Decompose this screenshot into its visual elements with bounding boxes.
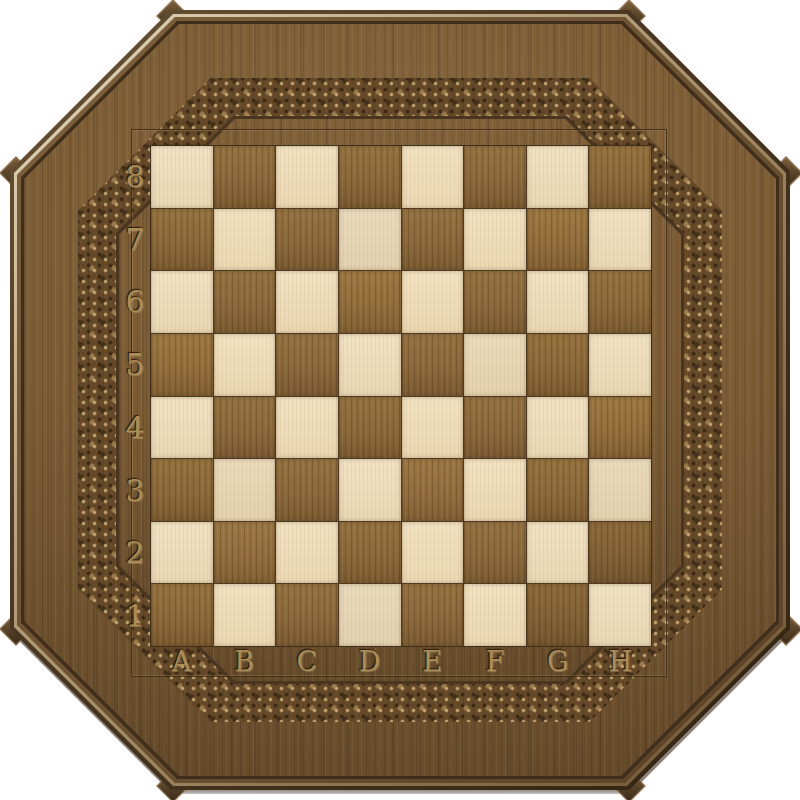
- square-a1: [151, 584, 213, 646]
- chess-grid: [150, 145, 652, 647]
- rank-label-8: 8: [119, 145, 151, 208]
- square-g4: [527, 397, 589, 459]
- file-label-h: H: [589, 645, 652, 677]
- square-d4: [339, 397, 401, 459]
- square-b4: [214, 397, 276, 459]
- square-a7: [151, 209, 213, 271]
- square-f7: [464, 209, 526, 271]
- file-label-e: E: [401, 645, 464, 677]
- square-a8: [151, 146, 213, 208]
- square-b6: [214, 271, 276, 333]
- square-d3: [339, 459, 401, 521]
- square-e1: [402, 584, 464, 646]
- file-label-g: G: [527, 645, 590, 677]
- square-d1: [339, 584, 401, 646]
- square-g1: [527, 584, 589, 646]
- square-g3: [527, 459, 589, 521]
- square-g8: [527, 146, 589, 208]
- rank-label-1: 1: [119, 584, 151, 647]
- square-h5: [589, 334, 651, 396]
- square-g2: [527, 522, 589, 584]
- square-b8: [214, 146, 276, 208]
- square-a2: [151, 522, 213, 584]
- rank-label-7: 7: [119, 208, 151, 271]
- square-a6: [151, 271, 213, 333]
- square-e2: [402, 522, 464, 584]
- square-g5: [527, 334, 589, 396]
- file-labels: A B C D E F G H: [150, 645, 652, 677]
- file-label-a: A: [150, 645, 213, 677]
- square-f3: [464, 459, 526, 521]
- square-d2: [339, 522, 401, 584]
- square-a4: [151, 397, 213, 459]
- square-b3: [214, 459, 276, 521]
- square-c8: [276, 146, 338, 208]
- square-c4: [276, 397, 338, 459]
- square-c2: [276, 522, 338, 584]
- square-h6: [589, 271, 651, 333]
- square-b2: [214, 522, 276, 584]
- square-d7: [339, 209, 401, 271]
- file-label-d: D: [338, 645, 401, 677]
- octagonal-chess-board: 8 7 6 5 4 3 2 1 A B C D E F G H: [0, 0, 800, 800]
- square-f5: [464, 334, 526, 396]
- file-label-b: B: [213, 645, 276, 677]
- square-e7: [402, 209, 464, 271]
- file-label-c: C: [276, 645, 339, 677]
- square-c3: [276, 459, 338, 521]
- square-a5: [151, 334, 213, 396]
- rank-label-3: 3: [119, 459, 151, 522]
- file-label-f: F: [464, 645, 527, 677]
- square-d6: [339, 271, 401, 333]
- square-d8: [339, 146, 401, 208]
- rank-labels: 8 7 6 5 4 3 2 1: [119, 145, 151, 647]
- square-e4: [402, 397, 464, 459]
- rank-label-2: 2: [119, 522, 151, 585]
- square-f1: [464, 584, 526, 646]
- square-h4: [589, 397, 651, 459]
- square-e8: [402, 146, 464, 208]
- square-f6: [464, 271, 526, 333]
- square-c1: [276, 584, 338, 646]
- square-b5: [214, 334, 276, 396]
- square-g7: [527, 209, 589, 271]
- square-h3: [589, 459, 651, 521]
- square-c6: [276, 271, 338, 333]
- square-h8: [589, 146, 651, 208]
- square-c5: [276, 334, 338, 396]
- square-b7: [214, 209, 276, 271]
- square-h2: [589, 522, 651, 584]
- square-h7: [589, 209, 651, 271]
- square-c7: [276, 209, 338, 271]
- square-b1: [214, 584, 276, 646]
- rank-label-4: 4: [119, 396, 151, 459]
- square-g6: [527, 271, 589, 333]
- rank-label-6: 6: [119, 271, 151, 334]
- square-d5: [339, 334, 401, 396]
- rank-label-5: 5: [119, 333, 151, 396]
- square-a3: [151, 459, 213, 521]
- square-h1: [589, 584, 651, 646]
- square-f4: [464, 397, 526, 459]
- square-f2: [464, 522, 526, 584]
- square-e6: [402, 271, 464, 333]
- square-e3: [402, 459, 464, 521]
- square-e5: [402, 334, 464, 396]
- square-f8: [464, 146, 526, 208]
